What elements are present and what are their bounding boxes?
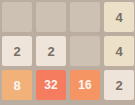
tile-8-r3c1: 8: [2, 70, 32, 100]
tile-32-r3c2: 32: [36, 70, 66, 100]
tile-2-r2c2: 2: [36, 36, 66, 66]
empty-cell-r1c2: [36, 2, 66, 32]
tile-2-r2c1: 2: [2, 36, 32, 66]
empty-cell-r1c3: [70, 2, 100, 32]
tile-4-r1c4: 4: [104, 2, 134, 32]
tile-4-r2c4: 4: [104, 36, 134, 66]
empty-cell-r2c3: [70, 36, 100, 66]
tile-16-r3c3: 16: [70, 70, 100, 100]
empty-cell-r1c1: [2, 2, 32, 32]
board-grid: 4224832162: [2, 2, 135, 100]
2048-board[interactable]: 4224832162: [0, 0, 135, 105]
tile-2-r3c4: 2: [104, 70, 134, 100]
